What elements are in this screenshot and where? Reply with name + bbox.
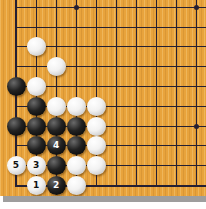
stone-black[interactable] <box>7 117 26 136</box>
star-point <box>194 124 199 129</box>
grid-hline <box>15 27 206 28</box>
stone-white[interactable] <box>47 57 66 76</box>
stone-white[interactable] <box>87 156 106 175</box>
move-number-label: 5 <box>13 156 19 175</box>
stone-white[interactable] <box>47 97 66 116</box>
move-number-label: 2 <box>53 176 59 195</box>
star-point <box>74 5 79 10</box>
go-diagram: 45312 <box>0 0 206 209</box>
stone-black[interactable] <box>47 117 66 136</box>
move-number-label: 4 <box>53 136 59 155</box>
stone-black[interactable] <box>27 136 46 155</box>
move-number-label: 3 <box>33 156 39 175</box>
stone-white[interactable] <box>87 97 106 116</box>
stone-black[interactable] <box>67 117 86 136</box>
stone-white[interactable] <box>27 37 46 56</box>
stone-white[interactable] <box>27 77 46 96</box>
stone-white[interactable] <box>67 156 86 175</box>
grid-vline <box>136 0 137 187</box>
stone-white[interactable] <box>67 97 86 116</box>
move-number-label: 1 <box>33 176 39 195</box>
grid-hline <box>15 66 206 67</box>
stone-white[interactable] <box>87 136 106 155</box>
grid-vline <box>156 0 157 187</box>
stone-black[interactable] <box>27 97 46 116</box>
stone-black[interactable] <box>7 77 26 96</box>
stone-white[interactable] <box>87 117 106 136</box>
stone-black[interactable]: 4 <box>47 136 66 155</box>
stone-white[interactable]: 1 <box>27 176 46 195</box>
star-point <box>194 5 199 10</box>
stone-white[interactable]: 3 <box>27 156 46 175</box>
stone-black[interactable] <box>47 156 66 175</box>
grid-vline <box>196 0 197 187</box>
stone-white[interactable] <box>67 176 86 195</box>
stone-white[interactable]: 5 <box>7 156 26 175</box>
board-edge-shadow <box>3 196 206 202</box>
stone-black[interactable]: 2 <box>47 176 66 195</box>
stone-black[interactable] <box>67 136 86 155</box>
grid-hline <box>15 7 206 8</box>
go-board[interactable]: 45312 <box>0 0 206 196</box>
grid-vline <box>176 0 177 187</box>
stone-black[interactable] <box>27 117 46 136</box>
grid-vline <box>116 0 117 187</box>
